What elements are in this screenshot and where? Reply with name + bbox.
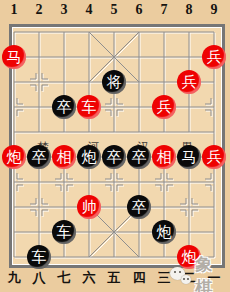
- piece-red-horse[interactable]: 马: [2, 45, 26, 69]
- piece-red-chariot[interactable]: 车: [77, 95, 101, 119]
- piece-red-elephant[interactable]: 相: [152, 145, 176, 169]
- top-file-label-7: 7: [152, 2, 176, 18]
- piece-black-soldier[interactable]: 卒: [102, 145, 126, 169]
- piece-black-cannon[interactable]: 炮: [152, 220, 176, 244]
- piece-black-soldier[interactable]: 卒: [52, 95, 76, 119]
- top-file-label-9: 9: [202, 2, 226, 18]
- top-file-label-8: 8: [177, 2, 201, 18]
- piece-red-elephant[interactable]: 相: [52, 145, 76, 169]
- top-file-label-3: 3: [52, 2, 76, 18]
- piece-red-soldier[interactable]: 兵: [202, 45, 226, 69]
- bottom-file-label-4: 六: [77, 269, 101, 287]
- bottom-file-label-5: 五: [102, 269, 126, 287]
- watermark-brand-text: 象棋: [195, 253, 230, 292]
- piece-red-soldier[interactable]: 兵: [177, 70, 201, 94]
- top-file-label-4: 4: [77, 2, 101, 18]
- piece-black-general[interactable]: 将: [102, 70, 126, 94]
- watermark: 象棋: [170, 262, 230, 290]
- bottom-file-label-6: 四: [127, 269, 151, 287]
- piece-black-cannon[interactable]: 炮: [77, 145, 101, 169]
- piece-black-horse[interactable]: 马: [177, 145, 201, 169]
- wechat-icon: [170, 264, 195, 288]
- top-file-label-1: 1: [2, 2, 26, 18]
- piece-black-soldier[interactable]: 卒: [127, 145, 151, 169]
- piece-black-chariot[interactable]: 车: [52, 220, 76, 244]
- piece-red-cannon[interactable]: 炮: [2, 145, 26, 169]
- top-file-label-2: 2: [27, 2, 51, 18]
- piece-black-soldier[interactable]: 卒: [127, 195, 151, 219]
- bottom-file-label-3: 七: [52, 269, 76, 287]
- top-file-label-6: 6: [127, 2, 151, 18]
- piece-red-soldier[interactable]: 兵: [202, 145, 226, 169]
- top-file-label-5: 5: [102, 2, 126, 18]
- bottom-file-label-1: 九: [2, 269, 26, 287]
- piece-red-general[interactable]: 帅: [77, 195, 101, 219]
- bottom-file-label-2: 八: [27, 269, 51, 287]
- piece-black-chariot[interactable]: 车: [27, 245, 51, 269]
- xiangqi-diagram: 123456789 楚河汉界 马兵将兵卒车兵炮卒相炮卒卒相马兵帅卒车炮车炮 九八…: [0, 0, 230, 292]
- piece-red-soldier[interactable]: 兵: [152, 95, 176, 119]
- piece-black-soldier[interactable]: 卒: [27, 145, 51, 169]
